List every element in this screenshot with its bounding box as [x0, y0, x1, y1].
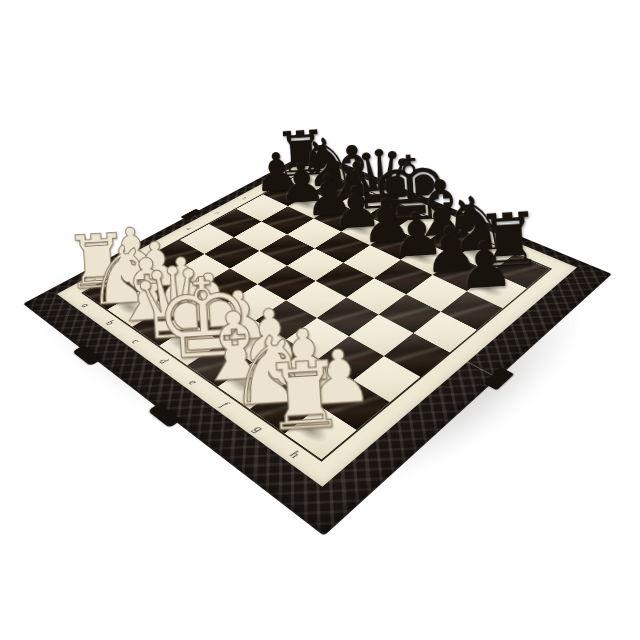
folding-chess-case: 87654321 abcdefgh ♜♞♝♛♚♝♞♜♟♟♟♟♟♟♟♟♟♟♟♟♟♟… — [23, 151, 612, 537]
clasp-icon — [72, 345, 101, 366]
product-photo-stage: 87654321 abcdefgh ♜♞♝♛♚♝♞♜♟♟♟♟♟♟♟♟♟♟♟♟♟♟… — [0, 0, 640, 640]
chess-board: ♜♞♝♛♚♝♞♜♟♟♟♟♟♟♟♟♟♟♟♟♟♟♟♟♜♞♝♛♚♝♞♜ — [81, 167, 552, 462]
board-border: 87654321 abcdefgh ♜♞♝♛♚♝♞♜♟♟♟♟♟♟♟♟♟♟♟♟♟♟… — [57, 157, 577, 487]
black-pawn: ♟ — [455, 232, 516, 299]
clasp-icon — [148, 403, 181, 428]
white-rook: ♜ — [261, 348, 349, 445]
square-h7: ♟ — [467, 272, 527, 308]
